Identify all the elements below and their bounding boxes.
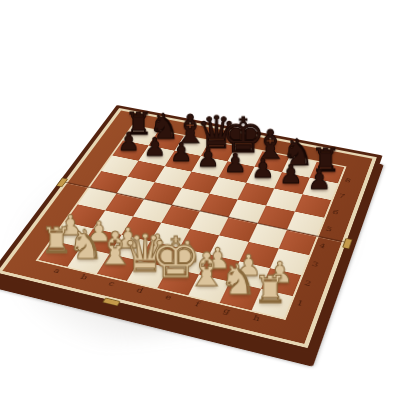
rank-label-4: 4 [312, 236, 332, 257]
file-label-d: d [123, 283, 156, 298]
rank-label-3: 3 [305, 254, 326, 275]
rank-label-6: 6 [326, 203, 345, 222]
chess-set-photo: abcdefgh 87654321 ♜♞♝♛♚♝♞♜♟♟♟♟♟♟♟♟♟♟♟♟♟♟… [0, 0, 400, 400]
file-label-c: c [95, 276, 128, 291]
